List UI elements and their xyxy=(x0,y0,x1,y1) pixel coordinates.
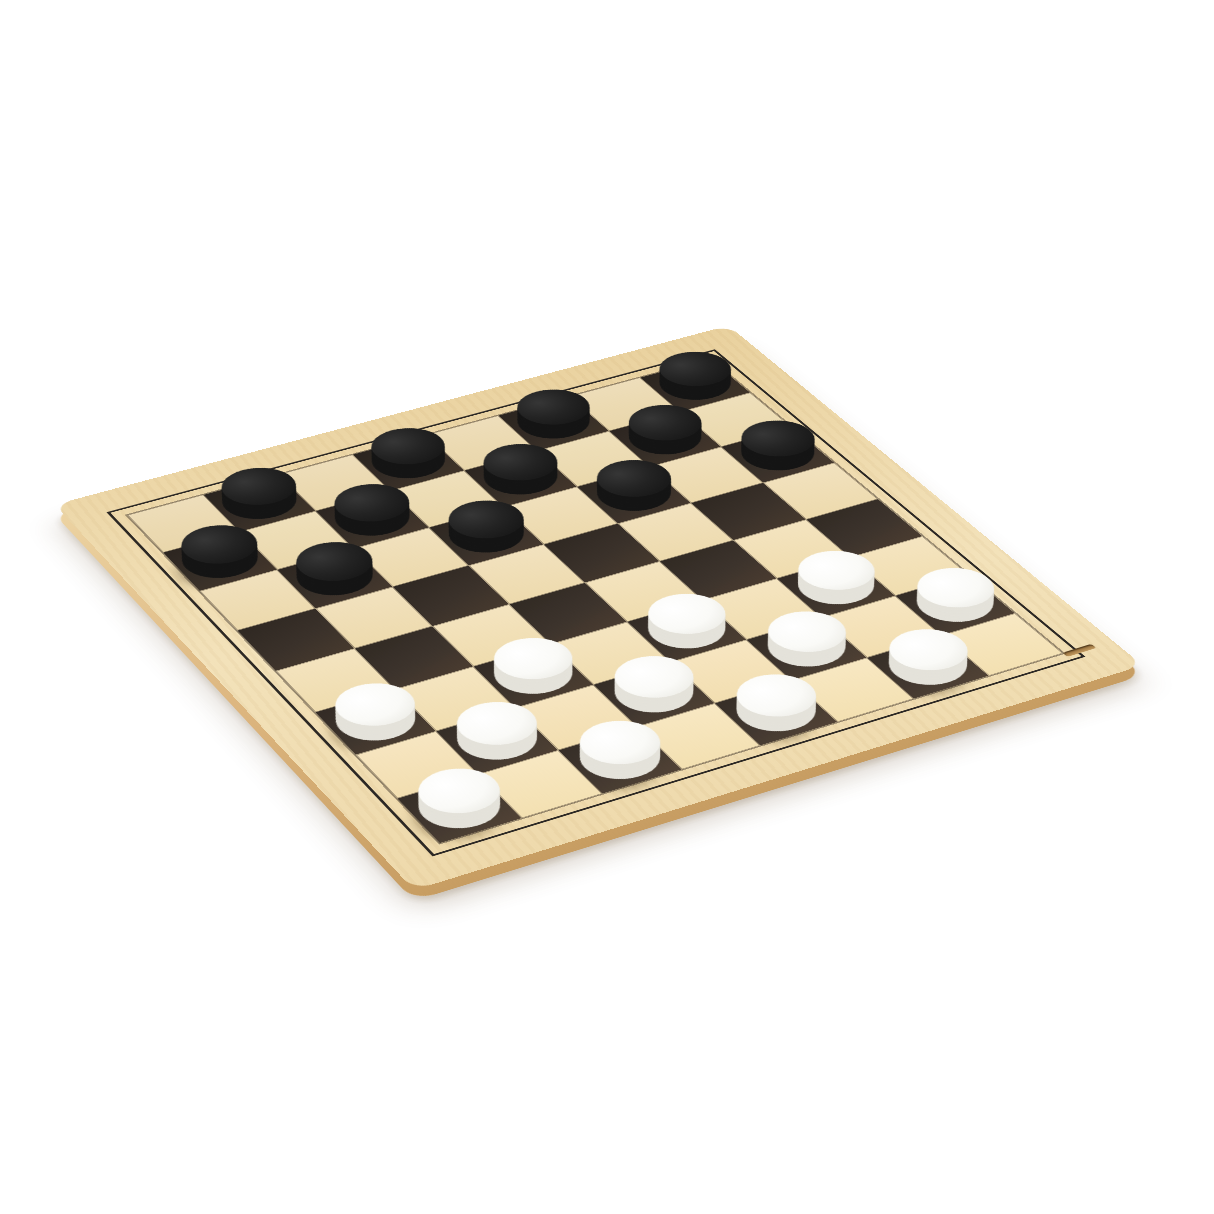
checkers-board xyxy=(55,326,1143,890)
board-surface xyxy=(55,326,1143,890)
product-photo-scene xyxy=(0,0,1214,1214)
